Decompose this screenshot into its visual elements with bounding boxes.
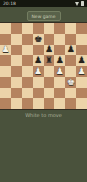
status-bar-time: 20:18 <box>3 0 16 7</box>
square-h8[interactable] <box>76 23 87 34</box>
piece-black-rook: ♜ <box>45 56 53 65</box>
square-c1[interactable] <box>22 98 33 109</box>
piece-white-king: ♚ <box>67 78 75 87</box>
square-a1[interactable] <box>0 98 11 109</box>
square-f2[interactable] <box>54 88 65 99</box>
square-b4[interactable] <box>11 66 22 77</box>
square-f7[interactable] <box>54 34 65 45</box>
square-g5[interactable] <box>65 55 76 66</box>
square-a8[interactable] <box>0 23 11 34</box>
square-f4[interactable]: ♟ <box>54 66 65 77</box>
square-g2[interactable] <box>65 88 76 99</box>
piece-black-pawn: ♟ <box>78 56 86 65</box>
square-c4[interactable] <box>22 66 33 77</box>
status-bar-icons <box>75 1 84 6</box>
square-c7[interactable] <box>22 34 33 45</box>
square-c2[interactable] <box>22 88 33 99</box>
square-h7[interactable] <box>76 34 87 45</box>
square-f8[interactable] <box>54 23 65 34</box>
square-e4[interactable] <box>44 66 55 77</box>
square-a4[interactable] <box>0 66 11 77</box>
square-e1[interactable] <box>44 98 55 109</box>
square-c5[interactable] <box>22 55 33 66</box>
square-f1[interactable] <box>54 98 65 109</box>
square-a3[interactable] <box>0 77 11 88</box>
battery-icon <box>81 1 84 6</box>
piece-black-pawn: ♟ <box>67 45 75 54</box>
square-g4[interactable] <box>65 66 76 77</box>
square-d3[interactable] <box>33 77 44 88</box>
square-b2[interactable] <box>11 88 22 99</box>
square-d2[interactable] <box>33 88 44 99</box>
square-g6[interactable]: ♟ <box>65 45 76 56</box>
square-f5[interactable]: ♟ <box>54 55 65 66</box>
square-d7[interactable]: ♚ <box>33 34 44 45</box>
square-e6[interactable]: ♟ <box>44 45 55 56</box>
piece-black-pawn: ♟ <box>45 45 53 54</box>
new-game-button[interactable]: New game <box>26 11 60 21</box>
square-c6[interactable] <box>22 45 33 56</box>
square-d6[interactable] <box>33 45 44 56</box>
square-c8[interactable] <box>22 23 33 34</box>
square-g1[interactable] <box>65 98 76 109</box>
square-h5[interactable]: ♟ <box>76 55 87 66</box>
square-d1[interactable] <box>33 98 44 109</box>
square-e3[interactable] <box>44 77 55 88</box>
piece-white-pawn: ♟ <box>56 67 64 76</box>
square-d8[interactable] <box>33 23 44 34</box>
piece-black-pawn: ♟ <box>56 56 64 65</box>
square-b8[interactable] <box>11 23 22 34</box>
chess-board: ♚♟♟♟♟♜♟♟♟♟♟♚ <box>0 22 87 110</box>
square-e2[interactable] <box>44 88 55 99</box>
square-h1[interactable] <box>76 98 87 109</box>
piece-black-pawn: ♟ <box>34 56 42 65</box>
square-g8[interactable] <box>65 23 76 34</box>
square-b3[interactable] <box>11 77 22 88</box>
square-h3[interactable] <box>76 77 87 88</box>
square-g3[interactable]: ♚ <box>65 77 76 88</box>
square-d5[interactable]: ♟ <box>33 55 44 66</box>
square-h4[interactable]: ♟ <box>76 66 87 77</box>
piece-white-pawn: ♟ <box>78 67 86 76</box>
square-a6[interactable]: ♟ <box>0 45 11 56</box>
square-b7[interactable] <box>11 34 22 45</box>
square-h6[interactable] <box>76 45 87 56</box>
square-f6[interactable] <box>54 45 65 56</box>
turn-indicator: White to move <box>0 112 87 118</box>
square-c3[interactable] <box>22 77 33 88</box>
square-a2[interactable] <box>0 88 11 99</box>
square-b6[interactable] <box>11 45 22 56</box>
piece-black-king: ♚ <box>34 35 42 44</box>
square-e7[interactable] <box>44 34 55 45</box>
square-d4[interactable]: ♟ <box>33 66 44 77</box>
square-h2[interactable] <box>76 88 87 99</box>
square-b1[interactable] <box>11 98 22 109</box>
square-a7[interactable] <box>0 34 11 45</box>
square-g7[interactable] <box>65 34 76 45</box>
wifi-icon <box>75 2 79 6</box>
piece-white-pawn: ♟ <box>34 67 42 76</box>
square-a5[interactable] <box>0 55 11 66</box>
square-e8[interactable] <box>44 23 55 34</box>
square-e5[interactable]: ♜ <box>44 55 55 66</box>
square-b5[interactable] <box>11 55 22 66</box>
piece-white-pawn: ♟ <box>1 45 9 54</box>
square-f3[interactable] <box>54 77 65 88</box>
status-bar: 20:18 <box>0 0 87 7</box>
